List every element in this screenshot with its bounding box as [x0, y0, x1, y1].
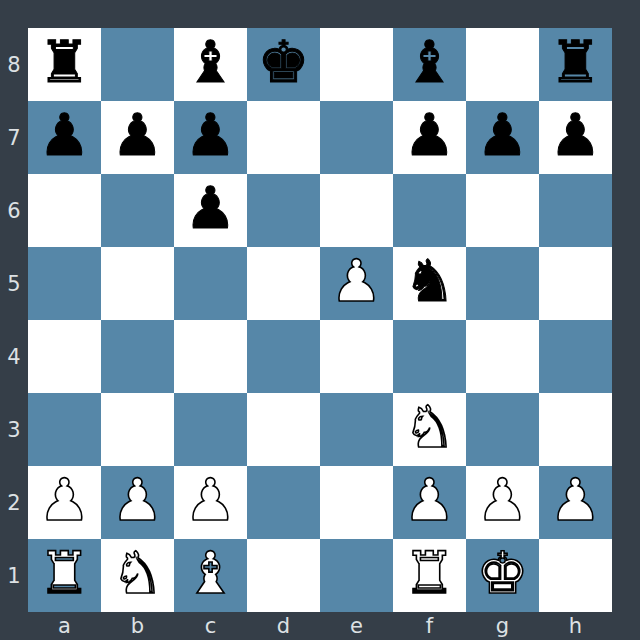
piece-white-pawn[interactable]: ♟: [550, 464, 602, 537]
file-label-d: d: [247, 612, 320, 640]
rank-label-1: 1: [0, 539, 28, 612]
piece-white-knight[interactable]: ♞: [112, 537, 164, 610]
square-g8[interactable]: [466, 28, 539, 101]
square-g6[interactable]: [466, 174, 539, 247]
piece-black-rook[interactable]: ♜: [550, 26, 602, 99]
chess-board: ♜♝♚♝♜♟♟♟♟♟♟♟♟♞♞♟♟♟♟♟♟♜♞♝♜♚: [28, 28, 612, 612]
piece-white-king[interactable]: ♚: [477, 537, 529, 610]
square-g5[interactable]: [466, 247, 539, 320]
file-label-b: b: [101, 612, 174, 640]
square-c6[interactable]: ♟: [174, 174, 247, 247]
file-label-c: c: [174, 612, 247, 640]
piece-white-pawn[interactable]: ♟: [404, 464, 456, 537]
square-b6[interactable]: [101, 174, 174, 247]
file-label-g: g: [466, 612, 539, 640]
file-label-f: f: [393, 612, 466, 640]
square-f8[interactable]: ♝: [393, 28, 466, 101]
square-b7[interactable]: ♟: [101, 101, 174, 174]
square-f4[interactable]: [393, 320, 466, 393]
square-d2[interactable]: [247, 466, 320, 539]
square-c3[interactable]: [174, 393, 247, 466]
square-c1[interactable]: ♝: [174, 539, 247, 612]
square-d1[interactable]: [247, 539, 320, 612]
piece-black-pawn[interactable]: ♟: [185, 172, 237, 245]
square-b4[interactable]: [101, 320, 174, 393]
square-b1[interactable]: ♞: [101, 539, 174, 612]
square-e4[interactable]: [320, 320, 393, 393]
piece-black-king[interactable]: ♚: [258, 26, 310, 99]
square-a1[interactable]: ♜: [28, 539, 101, 612]
rank-label-7: 7: [0, 101, 28, 174]
rank-label-8: 8: [0, 28, 28, 101]
square-e8[interactable]: [320, 28, 393, 101]
square-a8[interactable]: ♜: [28, 28, 101, 101]
square-h2[interactable]: ♟: [539, 466, 612, 539]
piece-white-knight[interactable]: ♞: [404, 391, 456, 464]
piece-white-rook[interactable]: ♜: [39, 537, 91, 610]
square-d6[interactable]: [247, 174, 320, 247]
square-e7[interactable]: [320, 101, 393, 174]
piece-white-bishop[interactable]: ♝: [185, 537, 237, 610]
square-d7[interactable]: [247, 101, 320, 174]
square-h7[interactable]: ♟: [539, 101, 612, 174]
piece-black-rook[interactable]: ♜: [39, 26, 91, 99]
square-b8[interactable]: [101, 28, 174, 101]
piece-black-pawn[interactable]: ♟: [39, 99, 91, 172]
file-label-e: e: [320, 612, 393, 640]
square-e3[interactable]: [320, 393, 393, 466]
square-d3[interactable]: [247, 393, 320, 466]
square-h8[interactable]: ♜: [539, 28, 612, 101]
square-f7[interactable]: ♟: [393, 101, 466, 174]
square-c4[interactable]: [174, 320, 247, 393]
file-label-h: h: [539, 612, 612, 640]
square-h3[interactable]: [539, 393, 612, 466]
square-b5[interactable]: [101, 247, 174, 320]
piece-white-pawn[interactable]: ♟: [112, 464, 164, 537]
square-h5[interactable]: [539, 247, 612, 320]
square-a7[interactable]: ♟: [28, 101, 101, 174]
square-c8[interactable]: ♝: [174, 28, 247, 101]
square-g7[interactable]: ♟: [466, 101, 539, 174]
rank-label-6: 6: [0, 174, 28, 247]
square-c7[interactable]: ♟: [174, 101, 247, 174]
square-d8[interactable]: ♚: [247, 28, 320, 101]
square-a3[interactable]: [28, 393, 101, 466]
square-e1[interactable]: [320, 539, 393, 612]
rank-label-4: 4: [0, 320, 28, 393]
square-a2[interactable]: ♟: [28, 466, 101, 539]
piece-white-pawn[interactable]: ♟: [185, 464, 237, 537]
square-f5[interactable]: ♞: [393, 247, 466, 320]
square-f3[interactable]: ♞: [393, 393, 466, 466]
square-b3[interactable]: [101, 393, 174, 466]
square-f2[interactable]: ♟: [393, 466, 466, 539]
piece-black-knight[interactable]: ♞: [404, 245, 456, 318]
square-h1[interactable]: [539, 539, 612, 612]
chess-board-app: 87654321 ♜♝♚♝♜♟♟♟♟♟♟♟♟♞♞♟♟♟♟♟♟♜♞♝♜♚ abcd…: [0, 0, 640, 640]
square-a6[interactable]: [28, 174, 101, 247]
piece-white-pawn[interactable]: ♟: [477, 464, 529, 537]
rank-label-3: 3: [0, 393, 28, 466]
square-f1[interactable]: ♜: [393, 539, 466, 612]
piece-black-pawn[interactable]: ♟: [112, 99, 164, 172]
square-d5[interactable]: [247, 247, 320, 320]
square-a4[interactable]: [28, 320, 101, 393]
square-g1[interactable]: ♚: [466, 539, 539, 612]
square-g3[interactable]: [466, 393, 539, 466]
square-c5[interactable]: [174, 247, 247, 320]
piece-black-pawn[interactable]: ♟: [404, 99, 456, 172]
rank-label-5: 5: [0, 247, 28, 320]
square-e6[interactable]: [320, 174, 393, 247]
square-a5[interactable]: [28, 247, 101, 320]
rank-labels: 87654321: [0, 28, 28, 612]
square-b2[interactable]: ♟: [101, 466, 174, 539]
square-e5[interactable]: ♟: [320, 247, 393, 320]
file-label-a: a: [28, 612, 101, 640]
piece-white-rook[interactable]: ♜: [404, 537, 456, 610]
square-g4[interactable]: [466, 320, 539, 393]
piece-black-pawn[interactable]: ♟: [185, 99, 237, 172]
piece-white-pawn[interactable]: ♟: [39, 464, 91, 537]
square-d4[interactable]: [247, 320, 320, 393]
rank-label-2: 2: [0, 466, 28, 539]
square-c2[interactable]: ♟: [174, 466, 247, 539]
square-f6[interactable]: [393, 174, 466, 247]
file-labels: abcdefgh: [28, 612, 612, 640]
square-h4[interactable]: [539, 320, 612, 393]
piece-black-pawn[interactable]: ♟: [477, 99, 529, 172]
piece-black-bishop[interactable]: ♝: [185, 26, 237, 99]
piece-white-pawn[interactable]: ♟: [331, 245, 383, 318]
piece-black-pawn[interactable]: ♟: [550, 99, 602, 172]
piece-black-bishop[interactable]: ♝: [404, 26, 456, 99]
square-g2[interactable]: ♟: [466, 466, 539, 539]
square-h6[interactable]: [539, 174, 612, 247]
square-e2[interactable]: [320, 466, 393, 539]
